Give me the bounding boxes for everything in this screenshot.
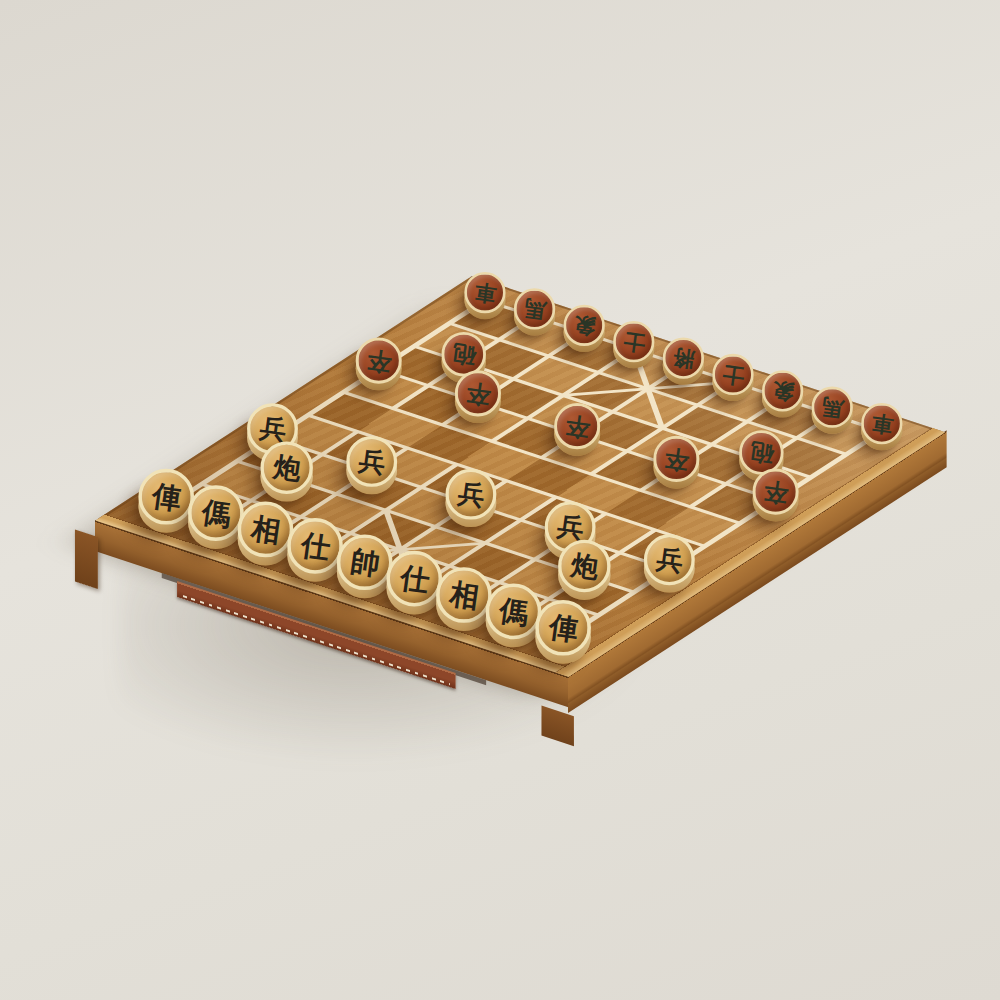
piece-character: 相 [249, 513, 282, 546]
piece-top-face: 士 [613, 321, 654, 362]
photo-scene: 車馬象士將士象馬車砲砲卒卒卒卒卒兵兵兵兵兵炮炮俥傌相仕帥仕相傌俥 [0, 0, 1000, 1000]
piece-top-face: 帥 [337, 534, 393, 590]
piece-character: 俥 [547, 611, 580, 644]
piece-top-face: 傌 [486, 584, 542, 640]
piece-top-face: 象 [564, 305, 605, 346]
piece-top-face: 相 [436, 567, 492, 623]
piece-character: 象 [572, 313, 596, 337]
piece-character: 仕 [299, 529, 332, 562]
piece-top-face: 俥 [535, 600, 591, 656]
piece-character: 馬 [522, 297, 546, 321]
piece-top-face: 卒 [753, 469, 799, 515]
piece-top-face: 炮 [260, 441, 312, 493]
piece-character: 砲 [748, 439, 774, 465]
box-left-leg [75, 529, 98, 589]
piece-character: 傌 [497, 595, 530, 628]
piece-top-face: 卒 [653, 436, 699, 482]
piece-top-face: 將 [663, 337, 704, 378]
piece-top-face: 卒 [356, 338, 402, 384]
piece-top-face: 仕 [386, 551, 442, 607]
piece-character: 士 [622, 330, 646, 354]
piece-character: 炮 [271, 452, 302, 483]
piece-character: 兵 [555, 512, 585, 542]
piece-character: 兵 [654, 545, 684, 575]
piece-top-face: 車 [861, 403, 902, 444]
piece-top-face: 相 [238, 502, 294, 558]
piece-character: 車 [473, 280, 497, 304]
piece-character: 仕 [398, 562, 431, 595]
piece-top-face: 兵 [644, 534, 695, 585]
piece-character: 卒 [464, 380, 491, 407]
piece-character: 炮 [569, 551, 600, 582]
piece-top-face: 馬 [514, 288, 555, 329]
piece-top-face: 士 [712, 354, 753, 395]
piece-character: 士 [721, 362, 745, 386]
piece-character: 卒 [564, 413, 591, 440]
piece-character: 車 [870, 411, 894, 435]
piece-character: 卒 [762, 478, 789, 505]
piece-top-face: 車 [464, 272, 505, 313]
piece-top-face: 仕 [287, 518, 343, 574]
piece-character: 卒 [365, 347, 392, 374]
piece-character: 象 [770, 379, 794, 403]
piece-character: 兵 [357, 446, 387, 476]
piece-top-face: 俥 [138, 469, 194, 525]
piece-top-face: 馬 [812, 387, 853, 428]
piece-character: 砲 [451, 341, 477, 367]
piece-top-face: 象 [762, 370, 803, 411]
piece-top-face: 傌 [188, 485, 244, 541]
piece-character: 馬 [820, 395, 844, 419]
piece-character: 將 [671, 346, 695, 370]
piece-character: 帥 [348, 546, 381, 579]
piece-character: 卒 [663, 445, 690, 472]
piece-character: 兵 [456, 479, 486, 509]
piece-top-face: 兵 [445, 469, 496, 520]
piece-character: 相 [448, 579, 481, 612]
piece-top-face: 卒 [455, 370, 501, 416]
piece-top-face: 兵 [346, 436, 397, 487]
piece-character: 俥 [150, 480, 183, 513]
piece-top-face: 卒 [554, 403, 600, 449]
piece-character: 兵 [258, 414, 288, 444]
piece-character: 傌 [199, 497, 232, 530]
piece-top-face: 炮 [558, 540, 610, 592]
